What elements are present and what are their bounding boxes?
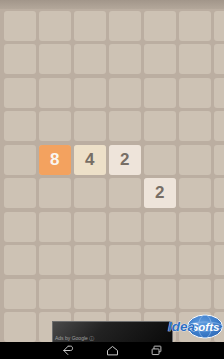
- empty-cell: [144, 245, 176, 275]
- ad-info-icon[interactable]: ⓘ: [89, 335, 94, 341]
- empty-cell: [74, 279, 106, 309]
- empty-cell: [74, 245, 106, 275]
- back-button[interactable]: [61, 344, 76, 357]
- empty-cell: [4, 279, 36, 309]
- empty-cell: [109, 11, 141, 41]
- empty-cell: [214, 279, 224, 309]
- ad-banner[interactable]: Ads by Google ⓘ: [52, 321, 173, 342]
- ideasofts-logo[interactable]: Softs Idea: [166, 307, 224, 341]
- ideasofts-logo-graphic: Softs Idea: [166, 307, 224, 341]
- empty-cell: [39, 178, 71, 208]
- empty-cell: [179, 212, 211, 242]
- empty-cell: [4, 178, 36, 208]
- back-icon: [61, 344, 76, 357]
- empty-cell: [144, 78, 176, 108]
- empty-cell: [179, 245, 211, 275]
- empty-cell: [179, 178, 211, 208]
- empty-cell: [214, 44, 224, 74]
- empty-cell: [4, 44, 36, 74]
- empty-cell: [74, 178, 106, 208]
- empty-cell: [39, 245, 71, 275]
- home-button[interactable]: [105, 344, 120, 357]
- empty-cell: [39, 44, 71, 74]
- empty-cell: [74, 212, 106, 242]
- empty-cell: [179, 145, 211, 175]
- empty-cell: [179, 11, 211, 41]
- status-strip: [0, 0, 224, 9]
- empty-cell: [179, 111, 211, 141]
- empty-cell: [214, 78, 224, 108]
- empty-cell: [179, 44, 211, 74]
- empty-cell: [4, 78, 36, 108]
- empty-cell: [4, 111, 36, 141]
- empty-cell: [39, 111, 71, 141]
- tile-2: 2: [109, 145, 141, 175]
- empty-cell: [4, 212, 36, 242]
- empty-cell: [214, 145, 224, 175]
- empty-cell: [4, 312, 36, 342]
- empty-cell: [109, 44, 141, 74]
- empty-cell: [144, 145, 176, 175]
- empty-cell: [39, 78, 71, 108]
- home-icon: [105, 344, 120, 357]
- logo-text-idea: Idea: [168, 319, 196, 334]
- empty-cell: [109, 212, 141, 242]
- empty-cell: [74, 78, 106, 108]
- empty-cell: [4, 245, 36, 275]
- empty-cell: [109, 78, 141, 108]
- empty-cell: [144, 212, 176, 242]
- empty-cell: [109, 245, 141, 275]
- tile-4: 4: [74, 145, 106, 175]
- empty-cell: [109, 279, 141, 309]
- empty-cell: [214, 178, 224, 208]
- empty-cell: [39, 279, 71, 309]
- tile-2: 2: [144, 178, 176, 208]
- ad-label-text: Ads by Google: [55, 335, 88, 341]
- android-navbar: [0, 342, 224, 359]
- tile-8: 8: [39, 145, 71, 175]
- ads-by-google-label[interactable]: Ads by Google ⓘ: [55, 335, 94, 341]
- empty-cell: [144, 111, 176, 141]
- recents-icon: [149, 344, 164, 357]
- empty-cell: [74, 111, 106, 141]
- empty-cell: [179, 78, 211, 108]
- empty-cell: [144, 44, 176, 74]
- recents-button[interactable]: [149, 344, 164, 357]
- empty-cell: [4, 145, 36, 175]
- empty-cell: [214, 245, 224, 275]
- empty-cell: [144, 279, 176, 309]
- empty-cell: [74, 44, 106, 74]
- empty-cell: [39, 11, 71, 41]
- empty-cell: [109, 111, 141, 141]
- empty-cell: [179, 279, 211, 309]
- empty-cell: [214, 212, 224, 242]
- empty-cell: [74, 11, 106, 41]
- empty-cell: [214, 11, 224, 41]
- empty-cell: [214, 111, 224, 141]
- empty-cell: [4, 11, 36, 41]
- game-screen: 8422 Ads by Google ⓘ Softs Idea: [0, 0, 224, 359]
- empty-cell: [144, 11, 176, 41]
- empty-cell: [109, 178, 141, 208]
- empty-cell: [39, 212, 71, 242]
